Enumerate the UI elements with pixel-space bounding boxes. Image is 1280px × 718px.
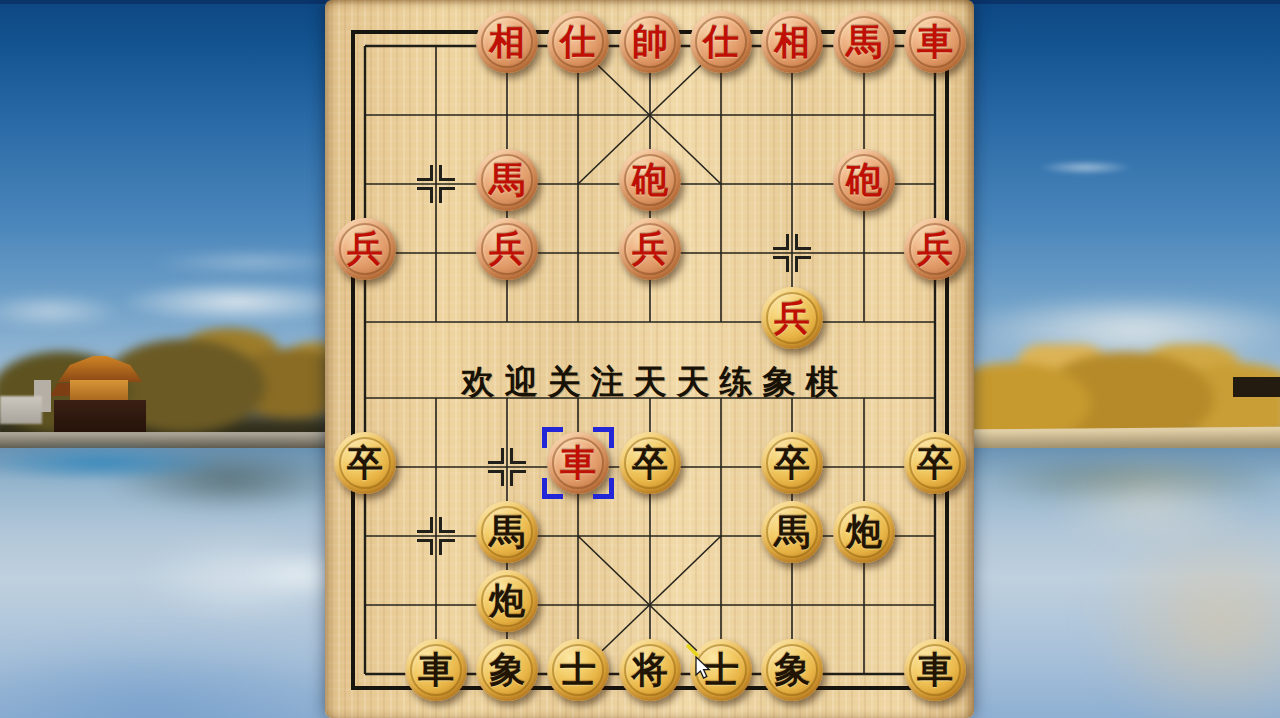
piece-red-馬[interactable]: 馬 <box>476 149 538 211</box>
piece-black-車[interactable]: 車 <box>904 639 966 701</box>
selection-brackets <box>544 429 612 497</box>
piece-black-卒[interactable]: 卒 <box>619 432 681 494</box>
turret-base <box>54 400 146 436</box>
piece-black-車[interactable]: 車 <box>405 639 467 701</box>
piece-black-炮[interactable]: 炮 <box>476 570 538 632</box>
river-banner-text: 欢迎关注天天练象棋 <box>430 362 870 402</box>
piece-red-兵[interactable]: 兵 <box>476 218 538 280</box>
piece-red-相[interactable]: 相 <box>761 11 823 73</box>
point-marker <box>416 164 456 204</box>
xiangqi-board[interactable]: 欢迎关注天天练象棋 相仕帥仕相馬車馬砲砲兵兵兵兵兵車卒卒卒卒馬馬炮炮車象士将士象… <box>325 0 974 718</box>
piece-black-炮[interactable]: 炮 <box>833 501 895 563</box>
piece-black-馬[interactable]: 馬 <box>476 501 538 563</box>
piece-red-車[interactable]: 車 <box>904 11 966 73</box>
piece-red-兵[interactable]: 兵 <box>619 218 681 280</box>
piece-black-象[interactable]: 象 <box>761 639 823 701</box>
palace-turret <box>50 352 150 436</box>
mouse-cursor-icon <box>684 642 718 682</box>
piece-red-相[interactable]: 相 <box>476 11 538 73</box>
cloud <box>120 281 355 323</box>
point-marker <box>772 233 812 273</box>
scene: 欢迎关注天天练象棋 相仕帥仕相馬車馬砲砲兵兵兵兵兵車卒卒卒卒馬馬炮炮車象士将士象… <box>0 0 1280 718</box>
piece-red-砲[interactable]: 砲 <box>619 149 681 211</box>
turret-roof <box>58 356 142 382</box>
piece-red-兵[interactable]: 兵 <box>904 218 966 280</box>
piece-black-象[interactable]: 象 <box>476 639 538 701</box>
distant-building-silhouette <box>1233 377 1280 397</box>
cloud-wisp <box>1038 160 1133 175</box>
piece-red-帥[interactable]: 帥 <box>619 11 681 73</box>
piece-black-卒[interactable]: 卒 <box>761 432 823 494</box>
piece-black-卒[interactable]: 卒 <box>904 432 966 494</box>
distant-city-buildings <box>0 396 42 424</box>
piece-red-馬[interactable]: 馬 <box>833 11 895 73</box>
piece-black-馬[interactable]: 馬 <box>761 501 823 563</box>
piece-black-将[interactable]: 将 <box>619 639 681 701</box>
piece-red-仕[interactable]: 仕 <box>547 11 609 73</box>
piece-red-仕[interactable]: 仕 <box>690 11 752 73</box>
piece-red-兵[interactable]: 兵 <box>761 287 823 349</box>
piece-black-卒[interactable]: 卒 <box>334 432 396 494</box>
turret-wall <box>70 380 128 402</box>
point-marker <box>487 447 527 487</box>
piece-black-士[interactable]: 士 <box>547 639 609 701</box>
water-glare-right <box>1050 458 1250 548</box>
piece-red-兵[interactable]: 兵 <box>334 218 396 280</box>
piece-red-砲[interactable]: 砲 <box>833 149 895 211</box>
point-marker <box>416 516 456 556</box>
